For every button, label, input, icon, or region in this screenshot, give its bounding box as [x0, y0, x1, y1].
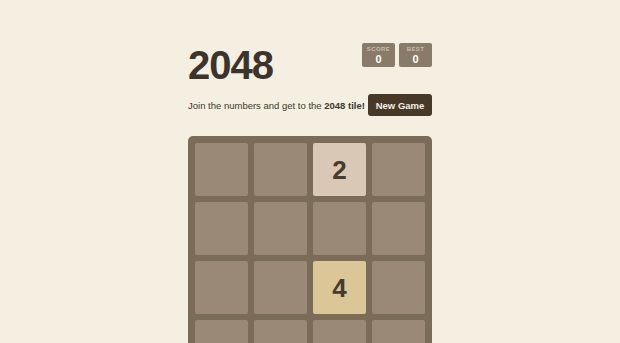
empty-cell: [372, 320, 425, 343]
intro-text-goal: 2048 tile!: [324, 100, 365, 111]
new-game-button[interactable]: New Game: [368, 94, 432, 116]
score-box: SCORE 0: [362, 43, 395, 67]
empty-cell: [313, 202, 366, 255]
empty-cell: [254, 143, 307, 196]
empty-cell: [372, 261, 425, 314]
best-value: 0: [412, 54, 418, 65]
header: 2048 SCORE 0 BEST 0: [188, 43, 432, 85]
empty-cell: [313, 320, 366, 343]
game-board: 24: [188, 136, 432, 343]
empty-cell: [372, 202, 425, 255]
empty-cell: [195, 202, 248, 255]
score-value: 0: [375, 54, 381, 65]
content-column: 2048 SCORE 0 BEST 0 Join the numbers and…: [188, 0, 432, 343]
empty-cell: [254, 202, 307, 255]
empty-cell: [254, 261, 307, 314]
intro-text-prefix: Join the numbers and get to the: [188, 100, 324, 111]
tile-4: 4: [313, 261, 366, 314]
score-label: SCORE: [367, 46, 390, 52]
empty-cell: [195, 320, 248, 343]
empty-cell: [195, 143, 248, 196]
tile-2: 2: [313, 143, 366, 196]
page-title: 2048: [188, 45, 273, 85]
empty-cell: [254, 320, 307, 343]
empty-cell: [372, 143, 425, 196]
best-box: BEST 0: [399, 43, 432, 67]
intro-text: Join the numbers and get to the 2048 til…: [188, 100, 365, 111]
above-game-row: Join the numbers and get to the 2048 til…: [188, 94, 432, 116]
empty-cell: [195, 261, 248, 314]
scoreboard: SCORE 0 BEST 0: [362, 43, 432, 67]
page: 2048 SCORE 0 BEST 0 Join the numbers and…: [0, 0, 620, 343]
best-label: BEST: [407, 46, 425, 52]
